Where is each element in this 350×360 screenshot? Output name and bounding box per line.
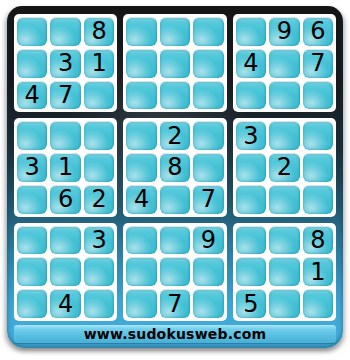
cell-r2c6[interactable] [193, 49, 223, 78]
cell-r9c3[interactable] [84, 289, 114, 318]
cell-r7c1[interactable] [17, 226, 47, 255]
cell-r3c1[interactable]: 4 [17, 81, 47, 110]
box-2-2: 2847 [123, 118, 226, 216]
cell-r7c9[interactable]: 8 [303, 226, 333, 255]
cell-r5c9[interactable] [303, 153, 333, 182]
cell-r9c4[interactable] [126, 289, 156, 318]
cell-r7c4[interactable] [126, 226, 156, 255]
cell-r1c2[interactable] [50, 17, 80, 46]
cell-r8c8[interactable] [269, 257, 299, 286]
cell-r1c3[interactable]: 8 [84, 17, 114, 46]
cell-r1c6[interactable] [193, 17, 223, 46]
cell-r8c7[interactable] [236, 257, 266, 286]
cell-r5c7[interactable] [236, 153, 266, 182]
cell-r5c4[interactable] [126, 153, 156, 182]
cell-r6c2[interactable]: 6 [50, 185, 80, 214]
cell-r4c7[interactable]: 3 [236, 121, 266, 150]
cell-r8c4[interactable] [126, 257, 156, 286]
cell-r4c2[interactable] [50, 121, 80, 150]
sudoku-board: 83147964731622847323497815 [14, 14, 336, 321]
cell-r1c7[interactable] [236, 17, 266, 46]
cell-r6c1[interactable] [17, 185, 47, 214]
cell-r3c3[interactable] [84, 81, 114, 110]
cell-r1c5[interactable] [160, 17, 190, 46]
cell-r2c9[interactable]: 7 [303, 49, 333, 78]
cell-r8c6[interactable] [193, 257, 223, 286]
cell-r9c5[interactable]: 7 [160, 289, 190, 318]
cell-r6c5[interactable] [160, 185, 190, 214]
cell-r7c3[interactable]: 3 [84, 226, 114, 255]
cell-r4c8[interactable] [269, 121, 299, 150]
site-url: www.sudokusweb.com [84, 326, 267, 342]
cell-r9c1[interactable] [17, 289, 47, 318]
cell-r3c4[interactable] [126, 81, 156, 110]
board-frame: 83147964731622847323497815 www.sudokuswe… [7, 6, 343, 348]
cell-r3c6[interactable] [193, 81, 223, 110]
cell-r8c2[interactable] [50, 257, 80, 286]
cell-r8c3[interactable] [84, 257, 114, 286]
cell-r9c9[interactable] [303, 289, 333, 318]
box-1-1: 83147 [14, 14, 117, 112]
cell-r4c4[interactable] [126, 121, 156, 150]
cell-r7c6[interactable]: 9 [193, 226, 223, 255]
cell-r8c1[interactable] [17, 257, 47, 286]
cell-r6c4[interactable]: 4 [126, 185, 156, 214]
cell-r4c3[interactable] [84, 121, 114, 150]
cell-r4c9[interactable] [303, 121, 333, 150]
cell-r9c6[interactable] [193, 289, 223, 318]
cell-r4c6[interactable] [193, 121, 223, 150]
cell-r2c5[interactable] [160, 49, 190, 78]
cell-r3c5[interactable] [160, 81, 190, 110]
cell-r6c9[interactable] [303, 185, 333, 214]
cell-r5c8[interactable]: 2 [269, 153, 299, 182]
cell-r6c7[interactable] [236, 185, 266, 214]
cell-r8c9[interactable]: 1 [303, 257, 333, 286]
cell-r1c9[interactable]: 6 [303, 17, 333, 46]
box-1-3: 9647 [233, 14, 336, 112]
cell-r7c7[interactable] [236, 226, 266, 255]
cell-r7c5[interactable] [160, 226, 190, 255]
cell-r6c8[interactable] [269, 185, 299, 214]
cell-r3c8[interactable] [269, 81, 299, 110]
cell-r2c8[interactable] [269, 49, 299, 78]
cell-r2c4[interactable] [126, 49, 156, 78]
cell-r3c9[interactable] [303, 81, 333, 110]
cell-r9c2[interactable]: 4 [50, 289, 80, 318]
cell-r8c5[interactable] [160, 257, 190, 286]
box-3-2: 97 [123, 223, 226, 321]
box-3-1: 34 [14, 223, 117, 321]
cell-r9c7[interactable]: 5 [236, 289, 266, 318]
cell-r5c1[interactable]: 3 [17, 153, 47, 182]
cell-r4c1[interactable] [17, 121, 47, 150]
box-1-2 [123, 14, 226, 112]
box-3-3: 815 [233, 223, 336, 321]
sudoku-widget: 83147964731622847323497815 www.sudokuswe… [0, 0, 350, 360]
cell-r2c1[interactable] [17, 49, 47, 78]
box-2-1: 3162 [14, 118, 117, 216]
cell-r4c5[interactable]: 2 [160, 121, 190, 150]
cell-r5c3[interactable] [84, 153, 114, 182]
cell-r6c3[interactable]: 2 [84, 185, 114, 214]
cell-r1c8[interactable]: 9 [269, 17, 299, 46]
cell-r1c4[interactable] [126, 17, 156, 46]
cell-r9c8[interactable] [269, 289, 299, 318]
cell-r5c2[interactable]: 1 [50, 153, 80, 182]
box-2-3: 32 [233, 118, 336, 216]
cell-r6c6[interactable]: 7 [193, 185, 223, 214]
cell-r7c2[interactable] [50, 226, 80, 255]
cell-r3c7[interactable] [236, 81, 266, 110]
cell-r5c5[interactable]: 8 [160, 153, 190, 182]
cell-r1c1[interactable] [17, 17, 47, 46]
cell-r7c8[interactable] [269, 226, 299, 255]
cell-r3c2[interactable]: 7 [50, 81, 80, 110]
site-footer: www.sudokusweb.com [14, 325, 336, 343]
cell-r2c2[interactable]: 3 [50, 49, 80, 78]
cell-r2c3[interactable]: 1 [84, 49, 114, 78]
cell-r5c6[interactable] [193, 153, 223, 182]
cell-r2c7[interactable]: 4 [236, 49, 266, 78]
